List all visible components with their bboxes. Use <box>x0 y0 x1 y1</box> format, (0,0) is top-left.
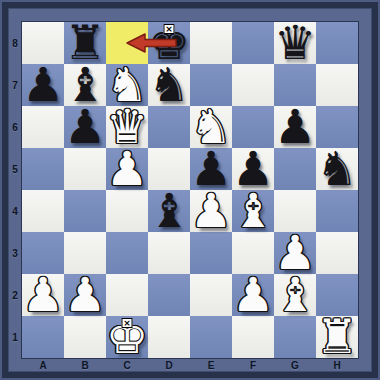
piece-white-pawn[interactable]: ♟ <box>106 148 148 190</box>
square-d3[interactable] <box>148 232 190 274</box>
square-a5[interactable] <box>22 148 64 190</box>
king-cross-marker: × <box>122 318 133 328</box>
square-a1[interactable] <box>22 316 64 358</box>
piece-white-pawn[interactable]: ♟ <box>232 274 274 316</box>
square-g2[interactable]: ♝ <box>274 274 316 316</box>
file-label-f: F <box>232 358 274 372</box>
square-f2[interactable]: ♟ <box>232 274 274 316</box>
square-h1[interactable]: ♜ <box>316 316 358 358</box>
file-label-c: C <box>106 358 148 372</box>
square-h4[interactable] <box>316 190 358 232</box>
rank-label-7: 7 <box>8 64 22 106</box>
square-b5[interactable] <box>64 148 106 190</box>
file-label-b: B <box>64 358 106 372</box>
square-f7[interactable] <box>232 64 274 106</box>
piece-black-knight[interactable]: ♞ <box>148 64 190 106</box>
square-g1[interactable] <box>274 316 316 358</box>
square-d4[interactable]: ♝ <box>148 190 190 232</box>
square-g8[interactable]: ♛ <box>274 22 316 64</box>
square-c4[interactable] <box>106 190 148 232</box>
square-h5[interactable]: ♞ <box>316 148 358 190</box>
piece-white-rook[interactable]: ♜ <box>316 316 358 358</box>
file-label-g: G <box>274 358 316 372</box>
chess-board: ♜×♚♛♟♝♞♞♟♛♞♟♟♟♟♞♝♟♝♟♟♟♟♝×♚♜ <box>22 22 358 358</box>
square-d1[interactable] <box>148 316 190 358</box>
rank-label-1: 1 <box>8 316 22 358</box>
square-f1[interactable] <box>232 316 274 358</box>
square-h8[interactable] <box>316 22 358 64</box>
square-a2[interactable]: ♟ <box>22 274 64 316</box>
square-g6[interactable]: ♟ <box>274 106 316 148</box>
square-e3[interactable] <box>190 232 232 274</box>
square-b4[interactable] <box>64 190 106 232</box>
square-f4[interactable]: ♝ <box>232 190 274 232</box>
file-label-a: A <box>22 358 64 372</box>
square-e4[interactable]: ♟ <box>190 190 232 232</box>
rank-label-2: 2 <box>8 274 22 316</box>
piece-black-pawn[interactable]: ♟ <box>22 64 64 106</box>
file-label-h: H <box>316 358 358 372</box>
square-b1[interactable] <box>64 316 106 358</box>
square-b2[interactable]: ♟ <box>64 274 106 316</box>
square-d2[interactable] <box>148 274 190 316</box>
piece-black-queen[interactable]: ♛ <box>274 22 316 64</box>
piece-white-pawn[interactable]: ♟ <box>64 274 106 316</box>
square-c1[interactable]: ×♚ <box>106 316 148 358</box>
piece-white-pawn[interactable]: ♟ <box>190 190 232 232</box>
piece-black-pawn[interactable]: ♟ <box>64 106 106 148</box>
piece-white-pawn[interactable]: ♟ <box>22 274 64 316</box>
square-c3[interactable] <box>106 232 148 274</box>
square-h3[interactable] <box>316 232 358 274</box>
piece-black-knight[interactable]: ♞ <box>316 148 358 190</box>
square-h7[interactable] <box>316 64 358 106</box>
square-b6[interactable]: ♟ <box>64 106 106 148</box>
square-e1[interactable] <box>190 316 232 358</box>
square-a6[interactable] <box>22 106 64 148</box>
square-a4[interactable] <box>22 190 64 232</box>
square-a7[interactable]: ♟ <box>22 64 64 106</box>
piece-white-bishop[interactable]: ♝ <box>274 274 316 316</box>
piece-white-bishop[interactable]: ♝ <box>232 190 274 232</box>
square-c5[interactable]: ♟ <box>106 148 148 190</box>
square-g5[interactable] <box>274 148 316 190</box>
rank-label-8: 8 <box>8 22 22 64</box>
file-label-e: E <box>190 358 232 372</box>
square-f8[interactable] <box>232 22 274 64</box>
square-e8[interactable] <box>190 22 232 64</box>
piece-black-pawn[interactable]: ♟ <box>274 106 316 148</box>
chess-board-window: ♜×♚♛♟♝♞♞♟♛♞♟♟♟♟♞♝♟♝♟♟♟♟♝×♚♜ 87654321 ABC… <box>0 0 380 380</box>
rank-label-3: 3 <box>8 232 22 274</box>
rank-label-6: 6 <box>8 106 22 148</box>
piece-black-bishop[interactable]: ♝ <box>148 190 190 232</box>
file-label-d: D <box>148 358 190 372</box>
rank-label-5: 5 <box>8 148 22 190</box>
square-d6[interactable] <box>148 106 190 148</box>
square-e2[interactable] <box>190 274 232 316</box>
king-cross-marker: × <box>164 24 175 34</box>
square-d7[interactable]: ♞ <box>148 64 190 106</box>
rank-label-4: 4 <box>8 190 22 232</box>
